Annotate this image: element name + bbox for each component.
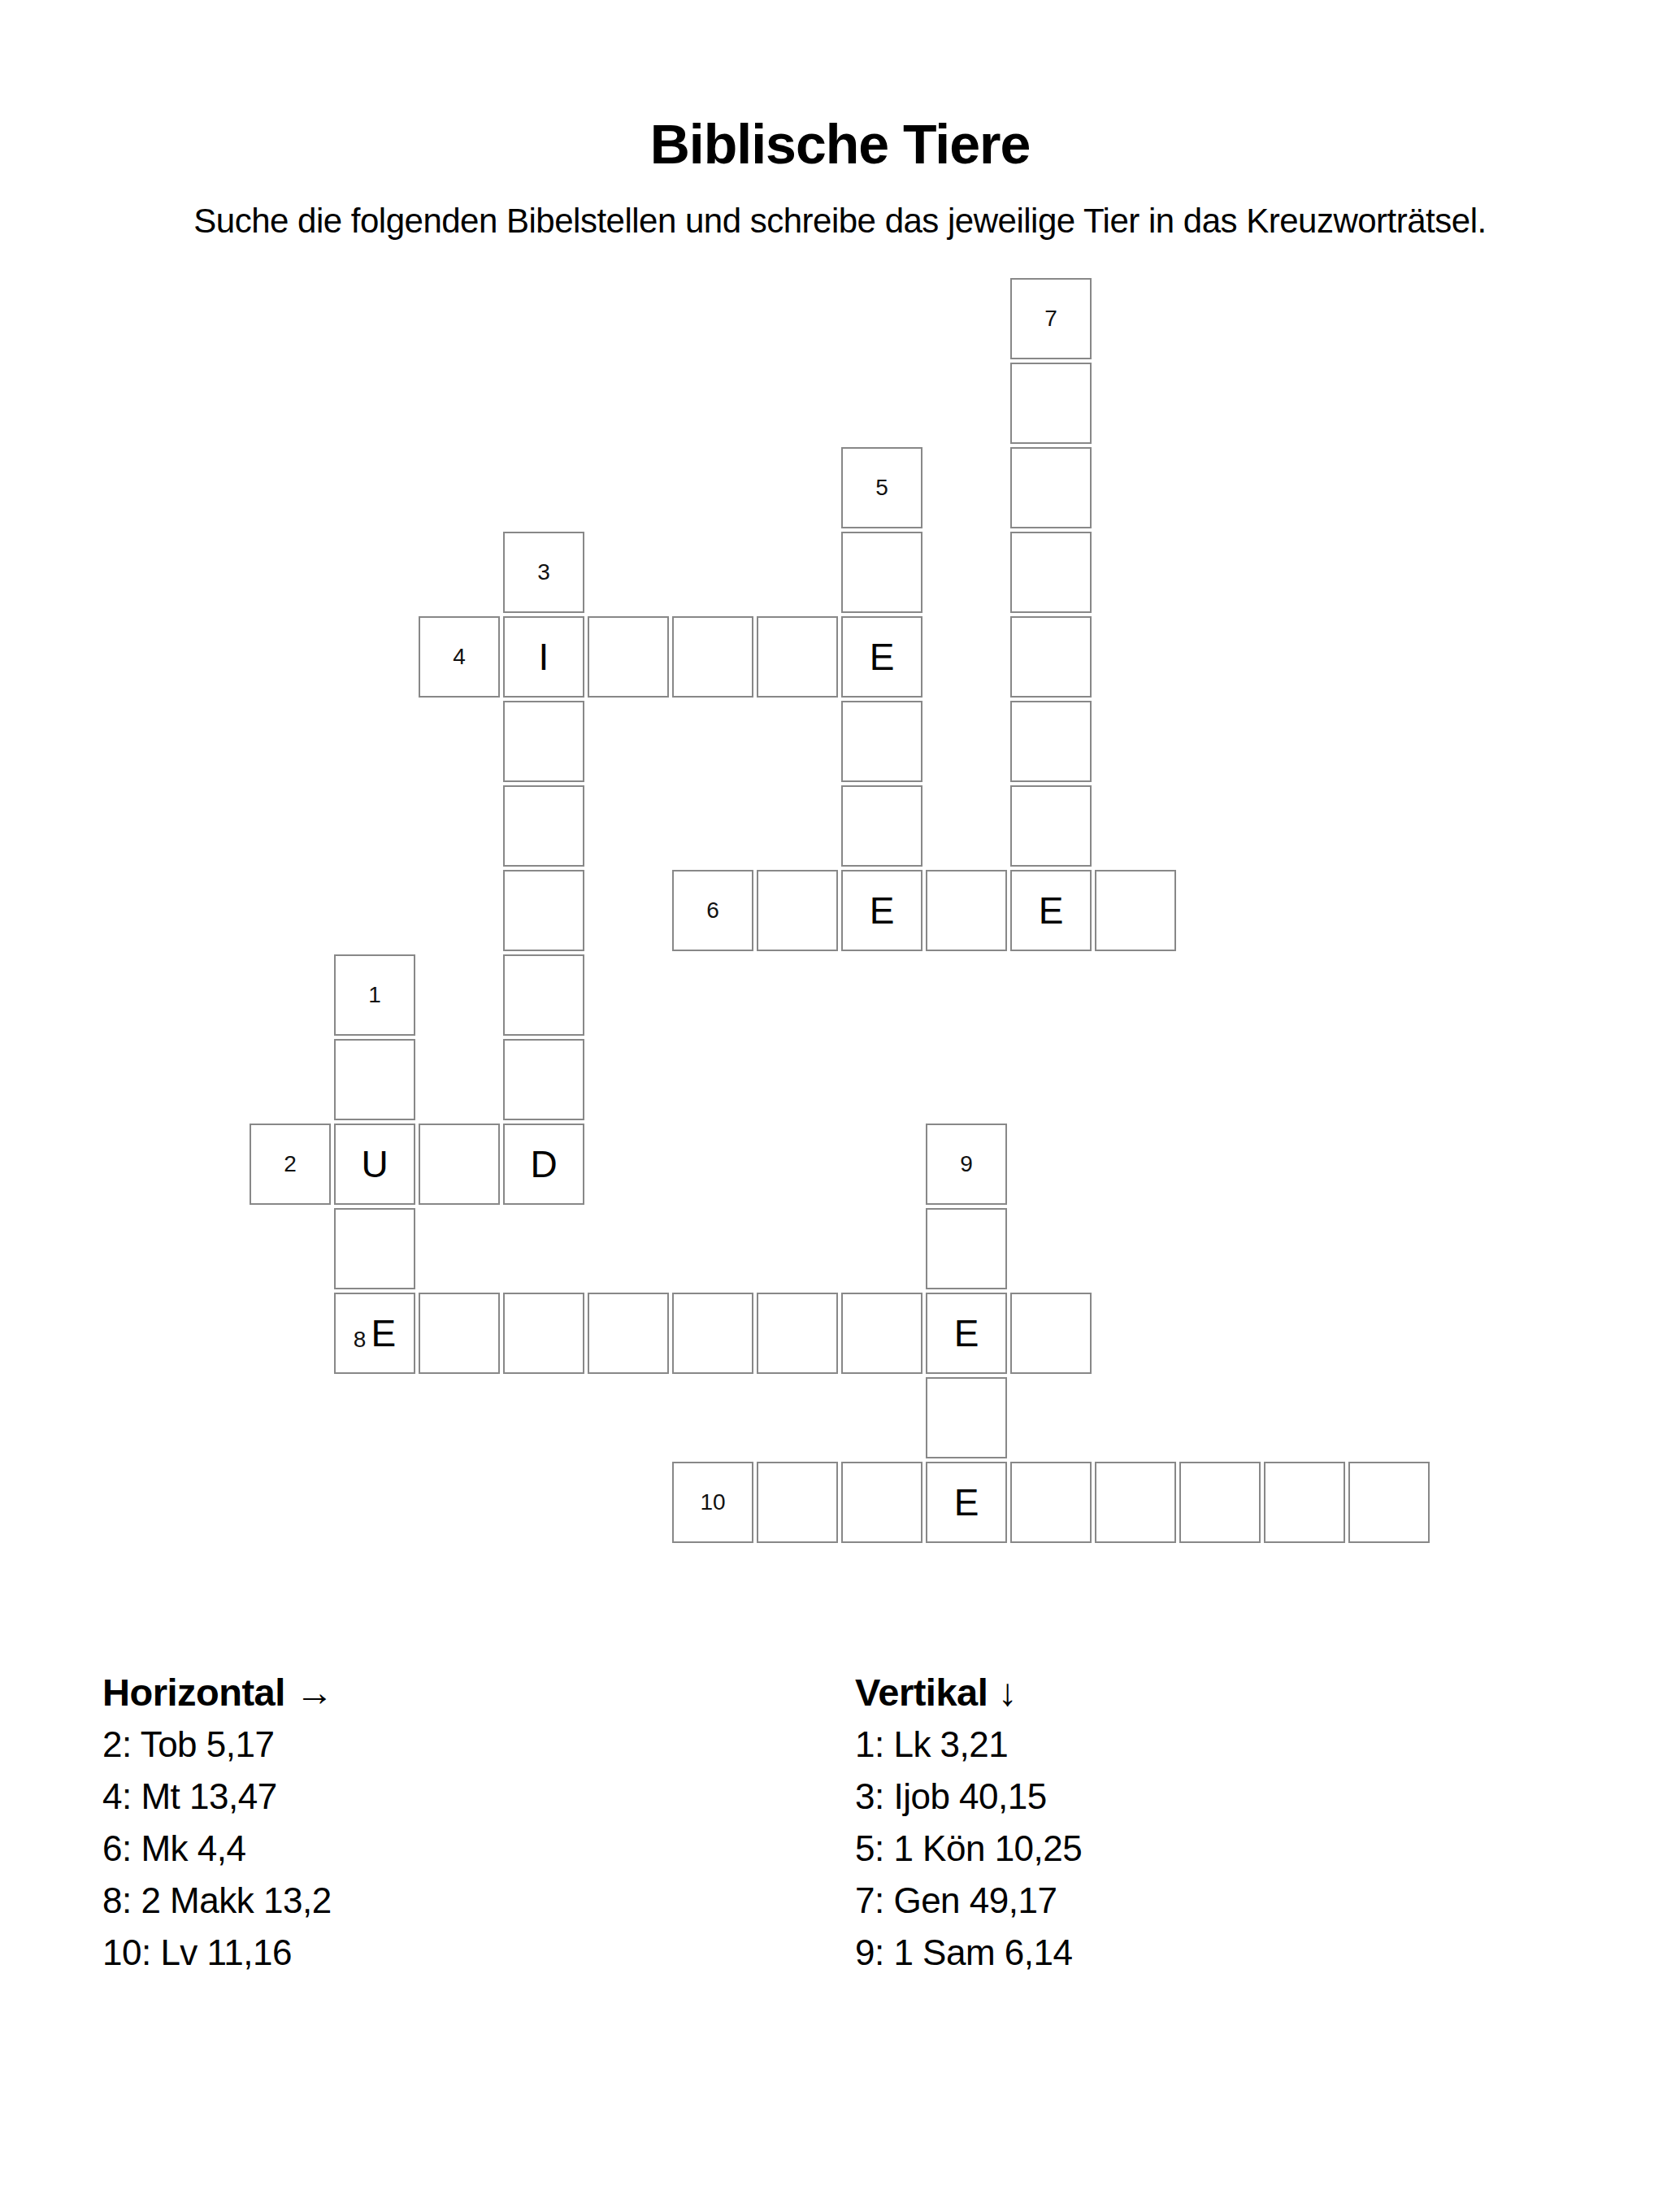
- crossword-cell-r13c2[interactable]: 8E: [334, 1293, 415, 1374]
- crossword-cell-r7c4[interactable]: [503, 785, 584, 867]
- clue-number: 10: [700, 1491, 725, 1514]
- clue-item-4: 4: Mt 13,47: [102, 1771, 333, 1823]
- clue-number: 9: [960, 1153, 973, 1176]
- crossword-cell-r13c4[interactable]: [503, 1293, 584, 1374]
- crossword-cell-r5c10[interactable]: [1010, 616, 1092, 698]
- cell-letter: E: [954, 1484, 979, 1521]
- clue-number: 2: [284, 1153, 297, 1176]
- crossword-cell-r13c5[interactable]: [588, 1293, 669, 1374]
- crossword-cell-r10c4[interactable]: [503, 1039, 584, 1120]
- crossword-cell-r8c4[interactable]: [503, 870, 584, 951]
- crossword-cell-r5c5[interactable]: [588, 616, 669, 698]
- cell-letter: D: [530, 1145, 557, 1183]
- crossword-cell-r15c13[interactable]: [1264, 1462, 1345, 1543]
- crossword-cell-r12c2[interactable]: [334, 1208, 415, 1289]
- crossword-cell-r12c9[interactable]: [926, 1208, 1007, 1289]
- crossword-cell-r9c4[interactable]: [503, 954, 584, 1036]
- crossword-cell-r8c8[interactable]: E: [841, 870, 922, 951]
- clue-number: 6: [706, 899, 719, 922]
- clues-down-header: Vertikal ↓: [855, 1667, 1082, 1719]
- crossword-cell-r13c3[interactable]: [419, 1293, 500, 1374]
- crossword-cell-r8c10[interactable]: E: [1010, 870, 1092, 951]
- clue-item-10: 10: Lv 11,16: [102, 1927, 333, 1979]
- clue-list-down: 1: Lk 3,213: Ijob 40,155: 1 Kön 10,257: …: [855, 1719, 1082, 1979]
- clue-item-8: 8: 2 Makk 13,2: [102, 1875, 333, 1927]
- crossword-cell-r13c9[interactable]: E: [926, 1293, 1007, 1374]
- crossword-cell-r15c8[interactable]: [841, 1462, 922, 1543]
- crossword-cell-r4c10[interactable]: [1010, 532, 1092, 613]
- crossword-grid: 7534IE6EE12UD98EE10E: [250, 278, 1430, 1543]
- clue-number: 8: [354, 1328, 367, 1351]
- crossword-cell-r3c10[interactable]: [1010, 447, 1092, 528]
- crossword-cell-r15c10[interactable]: [1010, 1462, 1092, 1543]
- clue-list-across: 2: Tob 5,174: Mt 13,476: Mk 4,48: 2 Makk…: [102, 1719, 333, 1979]
- clue-number: 7: [1044, 307, 1057, 330]
- clue-number: 4: [453, 645, 466, 668]
- clue-item-7: 7: Gen 49,17: [855, 1875, 1082, 1927]
- crossword-cell-r11c9[interactable]: 9: [926, 1124, 1007, 1205]
- crossword-cell-r13c10[interactable]: [1010, 1293, 1092, 1374]
- cell-letter: U: [361, 1145, 388, 1183]
- clue-item-3: 3: Ijob 40,15: [855, 1771, 1082, 1823]
- crossword-cell-r5c7[interactable]: [757, 616, 838, 698]
- page-title: Biblische Tiere: [0, 112, 1680, 176]
- crossword-cell-r8c6[interactable]: 6: [672, 870, 753, 951]
- crossword-cell-r15c12[interactable]: [1179, 1462, 1261, 1543]
- clue-item-2: 2: Tob 5,17: [102, 1719, 333, 1771]
- crossword-cell-r2c10[interactable]: [1010, 363, 1092, 444]
- crossword-cell-r6c10[interactable]: [1010, 701, 1092, 782]
- crossword-cell-r11c3[interactable]: [419, 1124, 500, 1205]
- crossword-cell-r8c11[interactable]: [1095, 870, 1176, 951]
- crossword-cell-r7c8[interactable]: [841, 785, 922, 867]
- worksheet-page: Biblische Tiere Suche die folgenden Bibe…: [0, 0, 1680, 2195]
- crossword-cell-r14c9[interactable]: [926, 1377, 1007, 1458]
- crossword-cell-r1c10[interactable]: 7: [1010, 278, 1092, 359]
- crossword-cell-r15c11[interactable]: [1095, 1462, 1176, 1543]
- crossword-cell-r5c3[interactable]: 4: [419, 616, 500, 698]
- crossword-cell-r15c6[interactable]: 10: [672, 1462, 753, 1543]
- crossword-cell-r9c2[interactable]: 1: [334, 954, 415, 1036]
- crossword-cell-r11c2[interactable]: U: [334, 1124, 415, 1205]
- crossword-cell-r15c14[interactable]: [1348, 1462, 1430, 1543]
- clue-item-6: 6: Mk 4,4: [102, 1823, 333, 1875]
- crossword-cell-r6c8[interactable]: [841, 701, 922, 782]
- crossword-cell-r8c9[interactable]: [926, 870, 1007, 951]
- clue-item-1: 1: Lk 3,21: [855, 1719, 1082, 1771]
- clues-down: Vertikal ↓ 1: Lk 3,213: Ijob 40,155: 1 K…: [855, 1667, 1082, 1979]
- cell-letter: E: [954, 1315, 979, 1352]
- clues-across-header: Horizontal →: [102, 1667, 333, 1719]
- crossword-cell-r4c8[interactable]: [841, 532, 922, 613]
- crossword-cell-r11c4[interactable]: D: [503, 1124, 584, 1205]
- cell-letter: E: [1039, 892, 1064, 929]
- crossword-cell-r5c6[interactable]: [672, 616, 753, 698]
- crossword-cell-r13c8[interactable]: [841, 1293, 922, 1374]
- cell-letter: I: [539, 638, 549, 676]
- crossword-cell-r13c7[interactable]: [757, 1293, 838, 1374]
- clue-item-5: 5: 1 Kön 10,25: [855, 1823, 1082, 1875]
- cell-letter: E: [371, 1315, 396, 1352]
- crossword-cell-r15c9[interactable]: E: [926, 1462, 1007, 1543]
- crossword-cell-r15c7[interactable]: [757, 1462, 838, 1543]
- clue-number: 3: [537, 561, 550, 584]
- crossword-cell-r7c10[interactable]: [1010, 785, 1092, 867]
- crossword-cell-r10c2[interactable]: [334, 1039, 415, 1120]
- clue-number: 5: [875, 476, 888, 499]
- crossword-cell-r4c4[interactable]: 3: [503, 532, 584, 613]
- crossword-cell-r11c1[interactable]: 2: [250, 1124, 331, 1205]
- clue-item-9: 9: 1 Sam 6,14: [855, 1927, 1082, 1979]
- page-subtitle: Suche die folgenden Bibelstellen und sch…: [0, 202, 1680, 241]
- clues-across: Horizontal → 2: Tob 5,174: Mt 13,476: Mk…: [102, 1667, 333, 1979]
- clue-number: 1: [368, 984, 381, 1006]
- crossword-cell-r13c6[interactable]: [672, 1293, 753, 1374]
- crossword-cell-r8c7[interactable]: [757, 870, 838, 951]
- crossword-cell-r5c4[interactable]: I: [503, 616, 584, 698]
- cell-letter: E: [870, 638, 895, 676]
- cell-letter: E: [870, 892, 895, 929]
- crossword-cell-r6c4[interactable]: [503, 701, 584, 782]
- crossword-cell-r5c8[interactable]: E: [841, 616, 922, 698]
- crossword-cell-r3c8[interactable]: 5: [841, 447, 922, 528]
